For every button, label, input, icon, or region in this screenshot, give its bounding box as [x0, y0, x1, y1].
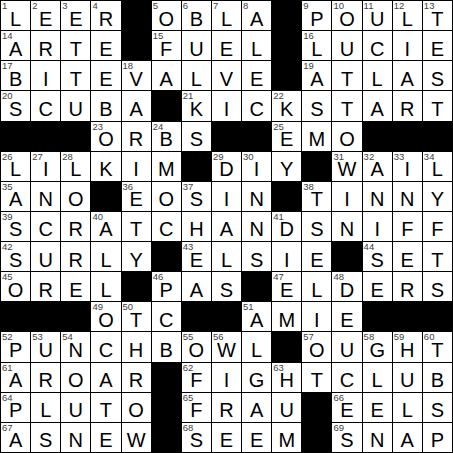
cell-r1c3[interactable]: 3E [61, 1, 90, 30]
cell-letter: E [61, 272, 90, 301]
cell-r6c8[interactable]: 29D [212, 152, 241, 181]
cell-r2c1[interactable]: 14A [1, 31, 30, 60]
black-square-r15c6 [152, 423, 181, 452]
cell-r12c13[interactable]: 58G [363, 332, 392, 361]
cell-r9c15[interactable]: T [423, 242, 452, 271]
cell-r14c2[interactable]: L [31, 393, 60, 422]
cell-r1c8[interactable]: 7L [212, 1, 241, 30]
cell-letter: U [272, 393, 301, 422]
cell-letter: N [31, 182, 60, 211]
cell-letter: L [393, 1, 422, 30]
cell-letter: C [363, 31, 392, 60]
cell-r15c4[interactable]: E [91, 423, 120, 452]
cell-r8c9[interactable]: N [242, 212, 271, 241]
cell-r3c1[interactable]: 17B [1, 61, 30, 90]
black-square-r2c10 [272, 31, 301, 60]
cell-letter: E [91, 31, 120, 60]
cell-r15c12[interactable]: 69S [332, 423, 361, 452]
cell-r6c9[interactable]: 30I [242, 152, 271, 181]
black-square-r5c1 [1, 122, 30, 151]
black-square-r11c7 [182, 302, 211, 331]
cell-r15c15[interactable]: P [423, 423, 452, 452]
cell-r6c1[interactable]: 26L [1, 152, 30, 181]
cell-r13c1[interactable]: 61A [1, 363, 30, 392]
cell-letter: T [91, 393, 120, 422]
cell-letter: P [1, 393, 30, 422]
cell-r9c14[interactable]: E [393, 242, 422, 271]
cell-letter: U [393, 363, 422, 392]
cell-r3c4[interactable]: E [91, 61, 120, 90]
cell-r5c7[interactable]: S [182, 122, 211, 151]
cell-r4c15[interactable]: T [423, 91, 452, 120]
cell-letter: A [1, 182, 30, 211]
cell-letter: U [61, 91, 90, 120]
black-square-r9c6 [152, 242, 181, 271]
cell-letter: S [1, 91, 30, 120]
cell-letter: T [423, 242, 452, 271]
cell-r7c9[interactable]: N [242, 182, 271, 211]
cell-letter: C [152, 212, 181, 241]
cell-letter: T [61, 61, 90, 90]
cell-r8c13[interactable]: I [363, 212, 392, 241]
cell-letter: L [242, 31, 271, 60]
cell-r14c7[interactable]: 65F [182, 393, 211, 422]
cell-r9c8[interactable]: L [212, 242, 241, 271]
cell-r6c13[interactable]: 32A [363, 152, 392, 181]
cell-letter: I [393, 152, 422, 181]
cell-r13c2[interactable]: R [31, 363, 60, 392]
cell-letter: A [393, 61, 422, 90]
cell-letter: L [363, 363, 392, 392]
cell-letter: U [31, 242, 60, 271]
cell-r12c4[interactable]: C [91, 332, 120, 361]
cell-r6c14[interactable]: 33I [393, 152, 422, 181]
cell-letter: A [363, 91, 392, 120]
cell-r14c12[interactable]: 66E [332, 393, 361, 422]
cell-letter: U [332, 31, 361, 60]
cell-letter: E [122, 182, 151, 211]
cell-letter: I [332, 182, 361, 211]
cell-r1c9[interactable]: 8A [242, 1, 271, 30]
cell-letter: N [242, 182, 271, 211]
cell-letter: D [212, 152, 241, 181]
cell-r9c10[interactable]: I [272, 242, 301, 271]
cell-letter: E [242, 423, 271, 452]
cell-letter: L [91, 242, 120, 271]
cell-r3c15[interactable]: S [423, 61, 452, 90]
cell-r5c12[interactable]: O [332, 122, 361, 151]
cell-r15c1[interactable]: 67A [1, 423, 30, 452]
cell-r2c7[interactable]: U [182, 31, 211, 60]
cell-r2c13[interactable]: C [363, 31, 392, 60]
cell-r13c4[interactable]: A [91, 363, 120, 392]
black-square-r10c9 [242, 272, 271, 301]
cell-r14c10[interactable]: U [272, 393, 301, 422]
cell-r9c13[interactable]: 44S [363, 242, 392, 271]
cell-r7c2[interactable]: N [31, 182, 60, 211]
cell-r15c3[interactable]: N [61, 423, 90, 452]
cell-letter: W [122, 423, 151, 452]
cell-r4c9[interactable]: C [242, 91, 271, 120]
cell-r2c11[interactable]: 16L [302, 31, 331, 60]
cell-letter: B [182, 1, 211, 30]
cell-r7c11[interactable]: 38T [302, 182, 331, 211]
cell-r1c15[interactable]: 13T [423, 1, 452, 30]
cell-r4c12[interactable]: T [332, 91, 361, 120]
black-square-r11c13 [363, 302, 392, 331]
cell-r10c12[interactable]: 48D [332, 272, 361, 301]
cell-r8c2[interactable]: C [31, 212, 60, 241]
cell-r10c1[interactable]: 45O [1, 272, 30, 301]
cell-letter: M [272, 302, 301, 331]
cell-letter: A [242, 393, 271, 422]
cell-letter: N [61, 423, 90, 452]
cell-r11c10[interactable]: M [272, 302, 301, 331]
cell-r4c10[interactable]: 22K [272, 91, 301, 120]
cell-letter: Y [122, 242, 151, 271]
cell-letter: A [302, 61, 331, 90]
cell-letter: L [1, 152, 30, 181]
cell-r11c12[interactable]: E [332, 302, 361, 331]
cell-letter: L [31, 393, 60, 422]
cell-r5c6[interactable]: 24B [152, 122, 181, 151]
cell-r14c4[interactable]: T [91, 393, 120, 422]
cell-r8c10[interactable]: 41D [272, 212, 301, 241]
cell-letter: T [332, 91, 361, 120]
cell-letter: E [212, 423, 241, 452]
cell-r14c3[interactable]: U [61, 393, 90, 422]
cell-r2c8[interactable]: E [212, 31, 241, 60]
black-square-r11c14 [393, 302, 422, 331]
cell-r7c15[interactable]: Y [423, 182, 452, 211]
cell-r13c11[interactable]: T [302, 363, 331, 392]
cell-r12c6[interactable]: B [152, 332, 181, 361]
cell-letter: V [212, 61, 241, 90]
cell-r8c11[interactable]: S [302, 212, 331, 241]
black-square-r2c5 [122, 31, 151, 60]
cell-r12c12[interactable]: U [332, 332, 361, 361]
cell-r2c14[interactable]: I [393, 31, 422, 60]
cell-r6c6[interactable]: M [152, 152, 181, 181]
cell-r1c2[interactable]: 2E [31, 1, 60, 30]
cell-r12c14[interactable]: 59H [393, 332, 422, 361]
cell-letter: O [1, 272, 30, 301]
cell-r8c3[interactable]: R [61, 212, 90, 241]
cell-r15c2[interactable]: S [31, 423, 60, 452]
cell-letter: P [1, 332, 30, 361]
cell-r5c4[interactable]: 23O [91, 122, 120, 151]
cell-r10c4[interactable]: L [91, 272, 120, 301]
cell-r1c13[interactable]: 11U [363, 1, 392, 30]
black-square-r11c15 [423, 302, 452, 331]
cell-r3c13[interactable]: L [363, 61, 392, 90]
cell-r15c8[interactable]: E [212, 423, 241, 452]
cell-r9c7[interactable]: 43E [182, 242, 211, 271]
cell-r3c14[interactable]: A [393, 61, 422, 90]
cell-r14c15[interactable]: S [423, 393, 452, 422]
cell-r4c7[interactable]: 21K [182, 91, 211, 120]
cell-r6c2[interactable]: 27I [31, 152, 60, 181]
cell-r11c4[interactable]: 49O [91, 302, 120, 331]
cell-r12c2[interactable]: 53U [31, 332, 60, 361]
cell-letter: B [152, 122, 181, 151]
black-square-r9c12 [332, 242, 361, 271]
cell-r14c13[interactable]: E [363, 393, 392, 422]
cell-r13c14[interactable]: U [393, 363, 422, 392]
cell-r4c8[interactable]: I [212, 91, 241, 120]
cell-r8c6[interactable]: C [152, 212, 181, 241]
cell-letter: C [242, 91, 271, 120]
cell-r10c8[interactable]: S [212, 272, 241, 301]
cell-r6c5[interactable]: I [122, 152, 151, 181]
cell-letter: I [242, 152, 271, 181]
cell-r14c14[interactable]: L [393, 393, 422, 422]
cell-letter: A [152, 61, 181, 90]
cell-letter: E [363, 393, 392, 422]
cell-letter: A [122, 91, 151, 120]
cell-r13c10[interactable]: 63H [272, 363, 301, 392]
cell-letter: S [363, 242, 392, 271]
cell-r15c10[interactable]: M [272, 423, 301, 452]
cell-r2c3[interactable]: T [61, 31, 90, 60]
cell-letter: G [242, 363, 271, 392]
cell-r12c7[interactable]: 55O [182, 332, 211, 361]
cell-letter: I [212, 363, 241, 392]
black-square-r5c3 [61, 122, 90, 151]
cell-r1c6[interactable]: 5O [152, 1, 181, 30]
cell-r8c4[interactable]: 40A [91, 212, 120, 241]
cell-r13c13[interactable]: L [363, 363, 392, 392]
cell-r3c6[interactable]: A [152, 61, 181, 90]
black-square-r11c8 [212, 302, 241, 331]
cell-r9c1[interactable]: 42S [1, 242, 30, 271]
cell-r2c6[interactable]: 15F [152, 31, 181, 60]
cell-r5c5[interactable]: R [122, 122, 151, 151]
cell-letter: R [393, 91, 422, 120]
cell-letter: R [393, 272, 422, 301]
cell-letter: S [1, 212, 30, 241]
cell-letter: Y [272, 152, 301, 181]
cell-r2c12[interactable]: U [332, 31, 361, 60]
cell-r10c10[interactable]: 47E [272, 272, 301, 301]
cell-r12c3[interactable]: 54N [61, 332, 90, 361]
cell-r8c5[interactable]: T [122, 212, 151, 241]
cell-r7c5[interactable]: 36E [122, 182, 151, 211]
cell-r2c2[interactable]: R [31, 31, 60, 60]
cell-letter: K [272, 91, 301, 120]
cell-letter: H [122, 332, 151, 361]
cell-r9c5[interactable]: Y [122, 242, 151, 271]
cell-r1c11[interactable]: 9P [302, 1, 331, 30]
cell-r10c7[interactable]: A [182, 272, 211, 301]
cell-r10c2[interactable]: R [31, 272, 60, 301]
cell-letter: U [182, 31, 211, 60]
cell-r9c9[interactable]: S [242, 242, 271, 271]
cell-r7c1[interactable]: 35A [1, 182, 30, 211]
cell-r13c3[interactable]: O [61, 363, 90, 392]
cell-r3c8[interactable]: V [212, 61, 241, 90]
cell-r13c15[interactable]: B [423, 363, 452, 392]
cell-r4c11[interactable]: S [302, 91, 331, 120]
cell-r12c8[interactable]: 56W [212, 332, 241, 361]
cell-letter: O [182, 332, 211, 361]
cell-letter: A [1, 31, 30, 60]
cell-letter: N [363, 182, 392, 211]
cell-letter: L [302, 272, 331, 301]
cell-r3c7[interactable]: L [182, 61, 211, 90]
cell-letter: O [332, 1, 361, 30]
cell-r1c4[interactable]: 4R [91, 1, 120, 30]
cell-r3c3[interactable]: T [61, 61, 90, 90]
cell-r12c15[interactable]: 60T [423, 332, 452, 361]
cell-r7c8[interactable]: I [212, 182, 241, 211]
cell-letter: L [212, 242, 241, 271]
cell-r12c5[interactable]: H [122, 332, 151, 361]
cell-r14c9[interactable]: A [242, 393, 271, 422]
cell-letter: O [122, 393, 151, 422]
cell-letter: E [272, 272, 301, 301]
cell-r6c15[interactable]: 34L [423, 152, 452, 181]
cell-letter: E [182, 242, 211, 271]
black-square-r5c13 [363, 122, 392, 151]
cell-r4c13[interactable]: A [363, 91, 392, 120]
cell-r1c14[interactable]: 12L [393, 1, 422, 30]
cell-r15c7[interactable]: 68S [182, 423, 211, 452]
cell-letter: I [31, 152, 60, 181]
cell-r14c1[interactable]: 64P [1, 393, 30, 422]
cell-r11c9[interactable]: 51A [242, 302, 271, 331]
black-square-r5c9 [242, 122, 271, 151]
cell-r4c2[interactable]: C [31, 91, 60, 120]
cell-r12c9[interactable]: L [242, 332, 271, 361]
cell-r2c9[interactable]: L [242, 31, 271, 60]
cell-letter: L [212, 1, 241, 30]
cell-r7c6[interactable]: O [152, 182, 181, 211]
cell-letter: O [152, 1, 181, 30]
cell-letter: S [212, 272, 241, 301]
cell-r11c11[interactable]: I [302, 302, 331, 331]
cell-r5c11[interactable]: M [302, 122, 331, 151]
cell-r9c4[interactable]: L [91, 242, 120, 271]
cell-r6c3[interactable]: 28L [61, 152, 90, 181]
cell-r10c3[interactable]: E [61, 272, 90, 301]
cell-r4c14[interactable]: R [393, 91, 422, 120]
cell-letter: L [91, 272, 120, 301]
cell-r4c1[interactable]: 20S [1, 91, 30, 120]
cell-letter: L [423, 152, 452, 181]
cell-letter: E [423, 31, 452, 60]
cell-r7c7[interactable]: 37S [182, 182, 211, 211]
cell-r13c5[interactable]: R [122, 363, 151, 392]
black-square-r4c6 [152, 91, 181, 120]
cell-r8c15[interactable]: F [423, 212, 452, 241]
cell-letter: C [31, 91, 60, 120]
cell-r11c5[interactable]: 50T [122, 302, 151, 331]
cell-r3c11[interactable]: 19A [302, 61, 331, 90]
cell-r10c6[interactable]: 46P [152, 272, 181, 301]
cell-r14c8[interactable]: R [212, 393, 241, 422]
cell-r12c1[interactable]: 52P [1, 332, 30, 361]
cell-r15c5[interactable]: W [122, 423, 151, 452]
cell-r15c9[interactable]: E [242, 423, 271, 452]
cell-r15c14[interactable]: A [393, 423, 422, 452]
black-square-r11c3 [61, 302, 90, 331]
cell-r3c5[interactable]: 18V [122, 61, 151, 90]
cell-r6c12[interactable]: 31W [332, 152, 361, 181]
cell-r7c3[interactable]: O [61, 182, 90, 211]
cell-letter: B [91, 91, 120, 120]
cell-r2c4[interactable]: E [91, 31, 120, 60]
cell-r1c7[interactable]: 6B [182, 1, 211, 30]
cell-letter: I [122, 152, 151, 181]
cell-letter: O [302, 332, 331, 361]
cell-r13c8[interactable]: I [212, 363, 241, 392]
cell-r10c14[interactable]: R [393, 272, 422, 301]
cell-r8c1[interactable]: 39S [1, 212, 30, 241]
cell-r10c15[interactable]: S [423, 272, 452, 301]
cell-letter: O [152, 182, 181, 211]
cell-r9c2[interactable]: U [31, 242, 60, 271]
cell-r13c12[interactable]: C [332, 363, 361, 392]
cell-r8c14[interactable]: F [393, 212, 422, 241]
cell-r3c9[interactable]: E [242, 61, 271, 90]
cell-letter: I [393, 31, 422, 60]
cell-letter: G [363, 332, 392, 361]
cell-r3c12[interactable]: T [332, 61, 361, 90]
cell-r9c11[interactable]: E [302, 242, 331, 271]
cell-letter: O [332, 122, 361, 151]
cell-letter: A [242, 1, 271, 30]
cell-letter: T [423, 1, 452, 30]
cell-letter: I [302, 302, 331, 331]
cell-r13c7[interactable]: 62F [182, 363, 211, 392]
cell-r14c5[interactable]: O [122, 393, 151, 422]
cell-r5c10[interactable]: 25E [272, 122, 301, 151]
cell-r13c9[interactable]: G [242, 363, 271, 392]
cell-r4c4[interactable]: B [91, 91, 120, 120]
cell-letter: C [91, 332, 120, 361]
cell-letter: O [91, 302, 120, 331]
cell-letter: F [152, 31, 181, 60]
cell-letter: T [423, 91, 452, 120]
cell-r4c5[interactable]: A [122, 91, 151, 120]
cell-r12c11[interactable]: 57O [302, 332, 331, 361]
cell-r15c13[interactable]: N [363, 423, 392, 452]
cell-r4c3[interactable]: U [61, 91, 90, 120]
cell-r11c6[interactable]: C [152, 302, 181, 331]
cell-r1c1[interactable]: 1L [1, 1, 30, 30]
cell-r8c7[interactable]: H [182, 212, 211, 241]
cell-letter: A [91, 212, 120, 241]
cell-r8c8[interactable]: A [212, 212, 241, 241]
cell-r8c12[interactable]: N [332, 212, 361, 241]
cell-r6c10[interactable]: Y [272, 152, 301, 181]
cell-r6c4[interactable]: K [91, 152, 120, 181]
cell-r1c12[interactable]: 10O [332, 1, 361, 30]
cell-letter: E [302, 242, 331, 271]
cell-r9c3[interactable]: R [61, 242, 90, 271]
cell-letter: R [31, 272, 60, 301]
cell-r2c15[interactable]: E [423, 31, 452, 60]
cell-r7c12[interactable]: I [332, 182, 361, 211]
cell-letter: K [91, 152, 120, 181]
cell-r7c14[interactable]: N [393, 182, 422, 211]
cell-r10c13[interactable]: E [363, 272, 392, 301]
cell-letter: E [242, 61, 271, 90]
cell-r7c13[interactable]: N [363, 182, 392, 211]
cell-r3c2[interactable]: I [31, 61, 60, 90]
cell-r10c11[interactable]: L [302, 272, 331, 301]
